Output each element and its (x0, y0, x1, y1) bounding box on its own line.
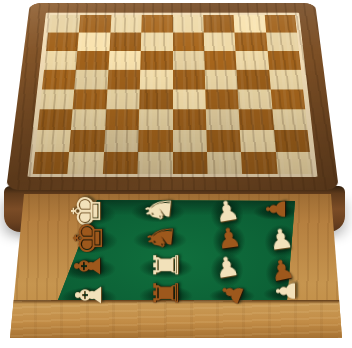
square-e3[interactable] (173, 109, 207, 130)
square-d8[interactable] (141, 15, 172, 33)
square-d7[interactable] (141, 33, 173, 51)
white-pawn-lying[interactable]: ♟ (273, 279, 299, 302)
square-d5[interactable] (140, 70, 173, 89)
square-c5[interactable] (107, 70, 140, 89)
square-e1[interactable] (173, 152, 208, 174)
square-c2[interactable] (104, 130, 139, 151)
square-h5[interactable] (269, 70, 303, 89)
square-b1[interactable] (68, 152, 104, 174)
square-d3[interactable] (139, 109, 173, 130)
square-e4[interactable] (173, 89, 206, 109)
square-g1[interactable] (241, 152, 277, 174)
square-f1[interactable] (207, 152, 243, 174)
square-a7[interactable] (46, 33, 79, 51)
square-f5[interactable] (205, 70, 238, 89)
square-c3[interactable] (105, 109, 139, 130)
square-a3[interactable] (38, 109, 73, 130)
square-h2[interactable] (274, 130, 310, 151)
square-a5[interactable] (42, 70, 76, 89)
chess-box-photo: ♚♞♟♟♚♞♟♟♝♜♟♟♝♜♟♟ (0, 0, 352, 348)
square-h1[interactable] (275, 152, 312, 174)
square-f8[interactable] (203, 15, 235, 33)
square-f6[interactable] (204, 51, 237, 70)
square-h3[interactable] (272, 109, 307, 130)
square-c1[interactable] (103, 152, 139, 174)
square-e6[interactable] (173, 51, 205, 70)
square-h4[interactable] (270, 89, 305, 109)
square-h7[interactable] (266, 33, 299, 51)
square-b8[interactable] (79, 15, 111, 33)
chess-board (6, 3, 339, 190)
square-f2[interactable] (206, 130, 241, 151)
square-b2[interactable] (70, 130, 105, 151)
square-e5[interactable] (173, 70, 206, 89)
square-h6[interactable] (267, 51, 301, 70)
square-a8[interactable] (48, 15, 81, 33)
square-g4[interactable] (238, 89, 272, 109)
square-g5[interactable] (237, 70, 271, 89)
square-e8[interactable] (173, 15, 204, 33)
square-e2[interactable] (173, 130, 207, 151)
dark-pawn-standing[interactable]: ♟ (215, 223, 243, 253)
square-e7[interactable] (173, 33, 205, 51)
board-inner-border (27, 13, 317, 177)
square-g8[interactable] (234, 15, 266, 33)
square-c4[interactable] (106, 89, 140, 109)
dark-bishop-lying[interactable]: ♝ (70, 250, 106, 282)
square-g3[interactable] (239, 109, 274, 130)
square-d1[interactable] (138, 152, 173, 174)
square-g6[interactable] (236, 51, 269, 70)
board-squares (33, 15, 312, 174)
square-f7[interactable] (204, 33, 236, 51)
square-d6[interactable] (140, 51, 172, 70)
dark-pawn-lying[interactable]: ♟ (263, 197, 289, 220)
square-c8[interactable] (110, 15, 142, 33)
square-h8[interactable] (264, 15, 297, 33)
square-c7[interactable] (109, 33, 141, 51)
square-b5[interactable] (75, 70, 109, 89)
square-a1[interactable] (33, 152, 70, 174)
square-b6[interactable] (76, 51, 109, 70)
square-g7[interactable] (235, 33, 268, 51)
square-b4[interactable] (73, 89, 107, 109)
square-g2[interactable] (240, 130, 275, 151)
square-f4[interactable] (205, 89, 239, 109)
square-f3[interactable] (206, 109, 240, 130)
white-rook-lying[interactable]: ♜ (149, 250, 183, 280)
square-a6[interactable] (44, 51, 78, 70)
square-a4[interactable] (40, 89, 75, 109)
white-pawn-standing[interactable]: ♟ (267, 224, 295, 254)
square-d2[interactable] (138, 130, 172, 151)
square-a2[interactable] (35, 130, 71, 151)
dark-rook-lying[interactable]: ♜ (149, 278, 183, 308)
square-b7[interactable] (78, 33, 111, 51)
square-b3[interactable] (71, 109, 106, 130)
white-bishop-lying[interactable]: ♝ (71, 279, 107, 311)
square-d4[interactable] (139, 89, 172, 109)
square-c6[interactable] (108, 51, 141, 70)
